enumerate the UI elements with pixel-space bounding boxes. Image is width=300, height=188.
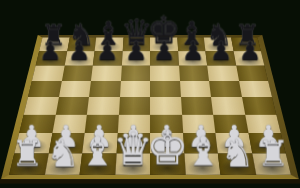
square-h6[interactable]	[236, 65, 268, 80]
square-d6[interactable]	[120, 65, 150, 80]
square-h7[interactable]: ♟	[233, 51, 264, 65]
chess-scene: ♜♞♝♛♚♝♞♜♟♟♟♟♟♟♟♟♟♟♟♟♟♟♟♟♜♞♝♛♚♝♞♜	[0, 0, 300, 188]
square-d4[interactable]	[118, 97, 150, 114]
square-h5[interactable]	[239, 81, 272, 97]
square-e6[interactable]	[150, 65, 180, 80]
square-b6[interactable]	[61, 65, 92, 80]
square-g4[interactable]	[211, 97, 245, 114]
square-f4[interactable]	[181, 97, 214, 114]
square-e4[interactable]	[150, 97, 182, 114]
chessboard: ♜♞♝♛♚♝♞♜♟♟♟♟♟♟♟♟♟♟♟♟♟♟♟♟♜♞♝♛♚♝♞♜	[1, 35, 299, 179]
square-b4[interactable]	[55, 97, 89, 114]
board-perspective: ♜♞♝♛♚♝♞♜♟♟♟♟♟♟♟♟♟♟♟♟♟♟♟♟♜♞♝♛♚♝♞♜	[0, 0, 300, 188]
square-h4[interactable]	[242, 97, 277, 114]
piece-white-rook[interactable]: ♜	[248, 136, 297, 172]
chessboard-grid: ♜♞♝♛♚♝♞♜♟♟♟♟♟♟♟♟♟♟♟♟♟♟♟♟♜♞♝♛♚♝♞♜	[9, 38, 291, 175]
square-g6[interactable]	[207, 65, 238, 80]
square-a5[interactable]	[28, 81, 61, 97]
square-c6[interactable]	[91, 65, 121, 80]
square-c5[interactable]	[89, 81, 120, 97]
square-b5[interactable]	[59, 81, 91, 97]
square-d5[interactable]	[120, 81, 151, 97]
square-e5[interactable]	[150, 81, 181, 97]
square-f6[interactable]	[179, 65, 209, 80]
square-h1[interactable]: ♜	[252, 153, 291, 175]
square-c4[interactable]	[87, 97, 120, 114]
square-a4[interactable]	[24, 97, 59, 114]
square-a6[interactable]	[32, 65, 64, 80]
square-f5[interactable]	[180, 81, 211, 97]
piece-black-pawn[interactable]: ♟	[230, 38, 270, 63]
square-g5[interactable]	[209, 81, 241, 97]
